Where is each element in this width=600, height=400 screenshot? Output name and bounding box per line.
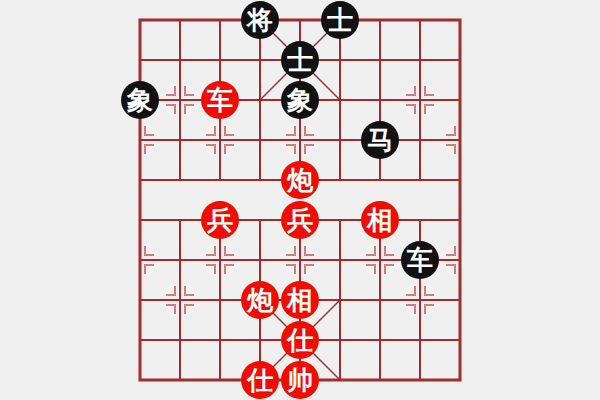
board-point: 将 — [240, 0, 280, 40]
piece-red-advisor[interactable]: 仕 — [281, 321, 319, 359]
piece-red-soldier[interactable]: 兵 — [281, 201, 319, 239]
board-point: 帅 — [280, 360, 320, 400]
piece-red-general[interactable]: 帅 — [281, 361, 319, 399]
xiangqi-board: 将士士象车象马炮兵兵相车炮相仕仕帅 — [0, 0, 600, 400]
board-point: 兵 — [200, 200, 240, 240]
piece-black-horse[interactable]: 马 — [361, 121, 399, 159]
piece-red-advisor[interactable]: 仕 — [241, 361, 279, 399]
piece-red-elephant[interactable]: 相 — [361, 201, 399, 239]
board-point: 象 — [120, 80, 160, 120]
board-point: 士 — [280, 40, 320, 80]
board-point: 兵 — [280, 200, 320, 240]
piece-red-soldier[interactable]: 兵 — [201, 201, 239, 239]
piece-black-elephant[interactable]: 象 — [281, 81, 319, 119]
piece-black-general[interactable]: 将 — [241, 1, 279, 39]
piece-black-advisor[interactable]: 士 — [321, 1, 359, 39]
board-point: 炮 — [240, 280, 280, 320]
piece-red-chariot[interactable]: 车 — [201, 81, 239, 119]
board-point: 马 — [360, 120, 400, 160]
piece-black-advisor[interactable]: 士 — [281, 41, 319, 79]
piece-red-elephant[interactable]: 相 — [281, 281, 319, 319]
board-point: 车 — [400, 240, 440, 280]
pieces-layer: 将士士象车象马炮兵兵相车炮相仕仕帅 — [120, 0, 480, 400]
board-point: 象 — [280, 80, 320, 120]
board-point: 士 — [320, 0, 360, 40]
piece-red-cannon[interactable]: 炮 — [281, 161, 319, 199]
board-point: 仕 — [240, 360, 280, 400]
piece-black-chariot[interactable]: 车 — [401, 241, 439, 279]
board-point: 车 — [200, 80, 240, 120]
board-point: 相 — [280, 280, 320, 320]
board-point: 仕 — [280, 320, 320, 360]
board-point: 炮 — [280, 160, 320, 200]
piece-black-elephant[interactable]: 象 — [121, 81, 159, 119]
board-point: 相 — [360, 200, 400, 240]
piece-red-cannon[interactable]: 炮 — [241, 281, 279, 319]
